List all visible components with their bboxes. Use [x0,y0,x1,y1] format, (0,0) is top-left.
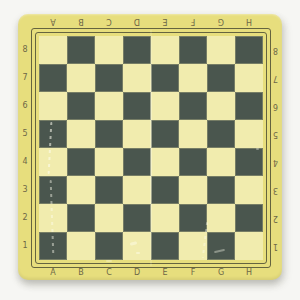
square-g3[interactable] [207,176,235,204]
file-label-bottom-g: G [207,266,235,279]
rank-labels-right: 87654321 [270,36,281,260]
square-e1[interactable] [151,232,179,260]
square-f5[interactable] [179,120,207,148]
rank-label-right-7: 7 [270,64,281,92]
square-f6[interactable] [179,92,207,120]
rank-label-right-2: 2 [270,204,281,232]
square-a2[interactable] [39,204,67,232]
square-h4[interactable] [235,148,263,176]
square-f1[interactable] [179,232,207,260]
square-f2[interactable] [179,204,207,232]
rank-label-left-4: 4 [19,148,31,176]
square-d1[interactable] [123,232,151,260]
square-g5[interactable] [207,120,235,148]
square-c7[interactable] [95,64,123,92]
square-h6[interactable] [235,92,263,120]
rank-label-right-6: 6 [270,92,281,120]
square-d2[interactable] [123,204,151,232]
board-grid [39,36,263,260]
file-label-top-f: F [179,15,207,27]
rank-labels-left: 87654321 [19,36,31,260]
chessboard: ABCDEFGH ABCDEFGH 87654321 87654321 [18,14,282,280]
square-d8[interactable] [123,36,151,64]
rank-label-left-1: 1 [19,232,31,260]
square-e5[interactable] [151,120,179,148]
file-label-bottom-a: A [39,266,67,279]
rank-label-left-3: 3 [19,176,31,204]
square-f8[interactable] [179,36,207,64]
file-label-top-h: H [235,15,263,27]
square-c2[interactable] [95,204,123,232]
rank-label-right-1: 1 [270,232,281,260]
file-label-bottom-c: C [95,266,123,279]
rank-label-left-8: 8 [19,36,31,64]
file-labels-bottom: ABCDEFGH [39,266,263,279]
square-b6[interactable] [67,92,95,120]
square-c8[interactable] [95,36,123,64]
square-h2[interactable] [235,204,263,232]
square-f4[interactable] [179,148,207,176]
rank-label-right-4: 4 [270,148,281,176]
square-g1[interactable] [207,232,235,260]
square-e3[interactable] [151,176,179,204]
square-h3[interactable] [235,176,263,204]
rank-label-right-5: 5 [270,120,281,148]
square-b3[interactable] [67,176,95,204]
square-g7[interactable] [207,64,235,92]
file-label-top-a: A [39,15,67,27]
rank-label-left-6: 6 [19,92,31,120]
square-c1[interactable] [95,232,123,260]
square-b7[interactable] [67,64,95,92]
file-label-top-d: D [123,15,151,27]
rank-label-right-3: 3 [270,176,281,204]
rank-label-right-8: 8 [270,36,281,64]
square-d4[interactable] [123,148,151,176]
square-g8[interactable] [207,36,235,64]
file-label-bottom-b: B [67,266,95,279]
file-label-bottom-h: H [235,266,263,279]
rank-label-left-5: 5 [19,120,31,148]
square-e8[interactable] [151,36,179,64]
square-d5[interactable] [123,120,151,148]
file-label-top-e: E [151,15,179,27]
square-a4[interactable] [39,148,67,176]
product-photo-scene: ABCDEFGH ABCDEFGH 87654321 87654321 [0,0,300,300]
file-label-top-c: C [95,15,123,27]
square-b2[interactable] [67,204,95,232]
file-label-bottom-e: E [151,266,179,279]
square-c3[interactable] [95,176,123,204]
square-a6[interactable] [39,92,67,120]
square-h5[interactable] [235,120,263,148]
square-h7[interactable] [235,64,263,92]
square-e4[interactable] [151,148,179,176]
square-c6[interactable] [95,92,123,120]
file-label-top-b: B [67,15,95,27]
square-b8[interactable] [67,36,95,64]
square-g6[interactable] [207,92,235,120]
square-c5[interactable] [95,120,123,148]
square-d6[interactable] [123,92,151,120]
rank-label-left-7: 7 [19,64,31,92]
file-label-top-g: G [207,15,235,27]
square-e7[interactable] [151,64,179,92]
square-b4[interactable] [67,148,95,176]
square-a7[interactable] [39,64,67,92]
square-c4[interactable] [95,148,123,176]
square-h8[interactable] [235,36,263,64]
file-labels-top: ABCDEFGH [39,15,263,27]
square-g2[interactable] [207,204,235,232]
square-e6[interactable] [151,92,179,120]
square-a1[interactable] [39,232,67,260]
square-d7[interactable] [123,64,151,92]
square-a8[interactable] [39,36,67,64]
square-h1[interactable] [235,232,263,260]
square-d3[interactable] [123,176,151,204]
rank-label-left-2: 2 [19,204,31,232]
square-b1[interactable] [67,232,95,260]
square-g4[interactable] [207,148,235,176]
square-a3[interactable] [39,176,67,204]
square-b5[interactable] [67,120,95,148]
file-label-bottom-f: F [179,266,207,279]
square-e2[interactable] [151,204,179,232]
square-a5[interactable] [39,120,67,148]
square-f7[interactable] [179,64,207,92]
file-label-bottom-d: D [123,266,151,279]
square-f3[interactable] [179,176,207,204]
